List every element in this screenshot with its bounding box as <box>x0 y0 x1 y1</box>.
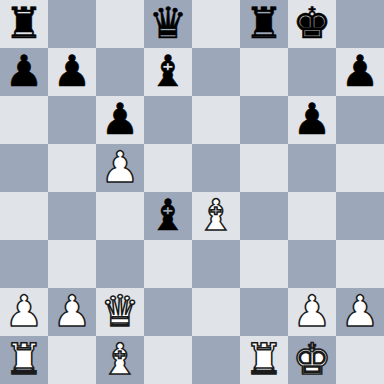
square-f6[interactable] <box>240 96 288 144</box>
square-c2[interactable]: ♛ <box>96 288 144 336</box>
piece-black-bishop-d7[interactable]: ♝ <box>149 48 188 95</box>
square-g3[interactable] <box>288 240 336 288</box>
square-d1[interactable] <box>144 336 192 384</box>
piece-white-pawn-c5[interactable]: ♟ <box>101 144 140 191</box>
chess-board: ♜♛♜♚♟♟♝♟♟♟♟♝♝♟♟♛♟♟♜♝♜♚ <box>0 0 384 384</box>
square-a3[interactable] <box>0 240 48 288</box>
square-d2[interactable] <box>144 288 192 336</box>
piece-black-rook-a8[interactable]: ♜ <box>5 0 44 47</box>
square-f2[interactable] <box>240 288 288 336</box>
square-c1[interactable]: ♝ <box>96 336 144 384</box>
square-c5[interactable]: ♟ <box>96 144 144 192</box>
square-a8[interactable]: ♜ <box>0 0 48 48</box>
square-g6[interactable]: ♟ <box>288 96 336 144</box>
square-h2[interactable]: ♟ <box>336 288 384 336</box>
square-a4[interactable] <box>0 192 48 240</box>
square-b3[interactable] <box>48 240 96 288</box>
square-h5[interactable] <box>336 144 384 192</box>
square-e1[interactable] <box>192 336 240 384</box>
square-f8[interactable]: ♜ <box>240 0 288 48</box>
square-c7[interactable] <box>96 48 144 96</box>
piece-white-bishop-c1[interactable]: ♝ <box>101 336 140 383</box>
square-f7[interactable] <box>240 48 288 96</box>
square-f1[interactable]: ♜ <box>240 336 288 384</box>
piece-black-rook-f8[interactable]: ♜ <box>245 0 284 47</box>
square-g4[interactable] <box>288 192 336 240</box>
square-e4[interactable]: ♝ <box>192 192 240 240</box>
square-c4[interactable] <box>96 192 144 240</box>
piece-white-rook-a1[interactable]: ♜ <box>5 336 44 383</box>
square-g5[interactable] <box>288 144 336 192</box>
square-e2[interactable] <box>192 288 240 336</box>
square-e7[interactable] <box>192 48 240 96</box>
square-h4[interactable] <box>336 192 384 240</box>
square-b6[interactable] <box>48 96 96 144</box>
square-b8[interactable] <box>48 0 96 48</box>
square-d5[interactable] <box>144 144 192 192</box>
square-e5[interactable] <box>192 144 240 192</box>
piece-white-pawn-h2[interactable]: ♟ <box>341 288 380 335</box>
square-e8[interactable] <box>192 0 240 48</box>
piece-white-pawn-b2[interactable]: ♟ <box>53 288 92 335</box>
square-a2[interactable]: ♟ <box>0 288 48 336</box>
piece-white-pawn-g2[interactable]: ♟ <box>293 288 332 335</box>
square-g1[interactable]: ♚ <box>288 336 336 384</box>
square-b2[interactable]: ♟ <box>48 288 96 336</box>
square-a5[interactable] <box>0 144 48 192</box>
square-d3[interactable] <box>144 240 192 288</box>
square-b4[interactable] <box>48 192 96 240</box>
square-a7[interactable]: ♟ <box>0 48 48 96</box>
square-c3[interactable] <box>96 240 144 288</box>
square-g7[interactable] <box>288 48 336 96</box>
piece-black-bishop-d4[interactable]: ♝ <box>149 192 188 239</box>
square-f4[interactable] <box>240 192 288 240</box>
square-g8[interactable]: ♚ <box>288 0 336 48</box>
square-b1[interactable] <box>48 336 96 384</box>
square-h7[interactable]: ♟ <box>336 48 384 96</box>
square-d7[interactable]: ♝ <box>144 48 192 96</box>
piece-white-bishop-e4[interactable]: ♝ <box>197 192 236 239</box>
square-h1[interactable] <box>336 336 384 384</box>
square-g2[interactable]: ♟ <box>288 288 336 336</box>
square-c6[interactable]: ♟ <box>96 96 144 144</box>
square-d6[interactable] <box>144 96 192 144</box>
square-d8[interactable]: ♛ <box>144 0 192 48</box>
square-c8[interactable] <box>96 0 144 48</box>
square-h6[interactable] <box>336 96 384 144</box>
square-a1[interactable]: ♜ <box>0 336 48 384</box>
square-f5[interactable] <box>240 144 288 192</box>
piece-white-queen-c2[interactable]: ♛ <box>101 288 140 335</box>
square-a6[interactable] <box>0 96 48 144</box>
piece-black-pawn-a7[interactable]: ♟ <box>5 48 44 95</box>
square-d4[interactable]: ♝ <box>144 192 192 240</box>
piece-black-pawn-c6[interactable]: ♟ <box>101 96 140 143</box>
piece-black-pawn-g6[interactable]: ♟ <box>293 96 332 143</box>
square-h8[interactable] <box>336 0 384 48</box>
piece-black-queen-d8[interactable]: ♛ <box>149 0 188 47</box>
piece-black-pawn-b7[interactable]: ♟ <box>53 48 92 95</box>
piece-white-pawn-a2[interactable]: ♟ <box>5 288 44 335</box>
piece-white-king-g1[interactable]: ♚ <box>293 336 332 383</box>
piece-black-king-g8[interactable]: ♚ <box>293 0 332 47</box>
square-e6[interactable] <box>192 96 240 144</box>
piece-black-pawn-h7[interactable]: ♟ <box>341 48 380 95</box>
piece-white-rook-f1[interactable]: ♜ <box>245 336 284 383</box>
square-b5[interactable] <box>48 144 96 192</box>
square-h3[interactable] <box>336 240 384 288</box>
square-f3[interactable] <box>240 240 288 288</box>
square-b7[interactable]: ♟ <box>48 48 96 96</box>
square-e3[interactable] <box>192 240 240 288</box>
